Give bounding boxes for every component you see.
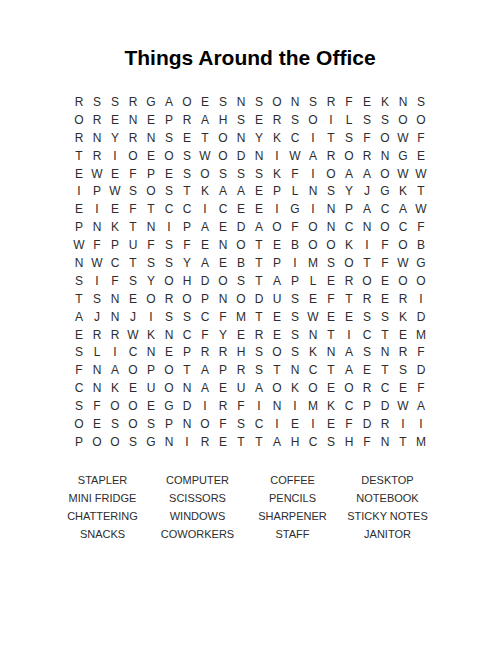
grid-cell-r15c12: O [268, 343, 286, 361]
grid-cell-r17c7: N [178, 379, 196, 397]
grid-cell-r4c12: I [268, 147, 286, 165]
grid-cell-r16c13: N [286, 361, 304, 379]
grid-cell-r18c15: K [322, 397, 340, 415]
grid-cell-r18c1: S [70, 397, 88, 415]
grid-cell-r20c9: E [214, 433, 232, 451]
grid-cell-r12c17: R [358, 290, 376, 308]
grid-cell-r13c5: I [142, 308, 160, 326]
grid-cell-r3c19: W [394, 129, 412, 147]
grid-cell-r8c10: D [232, 218, 250, 236]
grid-cell-r6c10: A [232, 182, 250, 200]
grid-cell-r13c13: S [286, 308, 304, 326]
grid-cell-r14c6: N [160, 326, 178, 344]
grid-cell-r14c19: E [394, 326, 412, 344]
grid-cell-r6c4: S [124, 182, 142, 200]
grid-cell-r2c6: P [160, 111, 178, 129]
grid-cell-r9c9: N [214, 236, 232, 254]
grid-cell-r14c16: I [340, 326, 358, 344]
grid-cell-r13c16: E [340, 308, 358, 326]
grid-cell-r5c3: E [106, 165, 124, 183]
grid-cell-r17c3: K [106, 379, 124, 397]
grid-cell-r3c9: O [214, 129, 232, 147]
grid-cell-r1c18: K [376, 93, 394, 111]
grid-cell-r2c5: E [142, 111, 160, 129]
grid-cell-r4c7: S [178, 147, 196, 165]
grid-cell-r1c4: R [124, 93, 142, 111]
grid-cell-r2c12: R [268, 111, 286, 129]
grid-cell-r14c20: M [412, 326, 430, 344]
grid-cell-r12c12: U [268, 290, 286, 308]
grid-cell-r9c10: O [232, 236, 250, 254]
grid-cell-r4c19: G [394, 147, 412, 165]
grid-cell-r14c17: C [358, 326, 376, 344]
grid-cell-r5c16: A [340, 165, 358, 183]
grid-cell-r11c16: R [340, 272, 358, 290]
grid-cell-r15c1: S [70, 343, 88, 361]
grid-cell-r7c9: C [214, 200, 232, 218]
grid-cell-r9c5: F [142, 236, 160, 254]
grid-cell-r20c15: S [322, 433, 340, 451]
grid-cell-r19c6: P [160, 415, 178, 433]
grid-cell-r15c6: E [160, 343, 178, 361]
grid-cell-r17c18: C [376, 379, 394, 397]
grid-cell-r10c5: S [142, 254, 160, 272]
grid-cell-r4c8: W [196, 147, 214, 165]
grid-cell-r13c9: F [214, 308, 232, 326]
grid-cell-r8c6: I [160, 218, 178, 236]
grid-cell-r2c9: H [214, 111, 232, 129]
grid-cell-r13c11: T [250, 308, 268, 326]
grid-cell-r4c1: T [70, 147, 88, 165]
grid-cell-r19c7: N [178, 415, 196, 433]
word-item: COWORKERS [150, 525, 245, 543]
grid-cell-r17c1: C [70, 379, 88, 397]
grid-cell-r13c2: J [88, 308, 106, 326]
grid-cell-r6c3: W [106, 182, 124, 200]
grid-cell-r5c17: A [358, 165, 376, 183]
grid-cell-r6c13: L [286, 182, 304, 200]
grid-cell-r1c7: O [178, 93, 196, 111]
grid-cell-r11c17: O [358, 272, 376, 290]
grid-cell-r7c2: I [88, 200, 106, 218]
grid-cell-r17c15: E [322, 379, 340, 397]
grid-cell-r16c10: R [232, 361, 250, 379]
grid-cell-r13c3: N [106, 308, 124, 326]
grid-cell-r7c16: P [340, 200, 358, 218]
grid-cell-r20c19: T [394, 433, 412, 451]
grid-cell-r10c3: C [106, 254, 124, 272]
grid-cell-r3c11: Y [250, 129, 268, 147]
grid-cell-r8c12: O [268, 218, 286, 236]
grid-cell-r6c7: T [178, 182, 196, 200]
grid-cell-r4c15: R [322, 147, 340, 165]
grid-cell-r13c17: S [358, 308, 376, 326]
grid-cell-r2c14: O [304, 111, 322, 129]
grid-cell-r9c14: O [304, 236, 322, 254]
grid-cell-r19c11: C [250, 415, 268, 433]
grid-cell-r11c20: O [412, 272, 430, 290]
grid-cell-r4c16: O [340, 147, 358, 165]
grid-cell-r19c5: S [142, 415, 160, 433]
grid-cell-r20c10: T [232, 433, 250, 451]
grid-cell-r19c8: O [196, 415, 214, 433]
grid-cell-r11c18: E [376, 272, 394, 290]
grid-cell-r7c11: E [250, 200, 268, 218]
grid-cell-r14c11: R [250, 326, 268, 344]
word-item: DESKTOP [340, 471, 435, 489]
grid-cell-r3c4: R [124, 129, 142, 147]
grid-cell-r16c11: S [250, 361, 268, 379]
grid-cell-r12c9: N [214, 290, 232, 308]
grid-cell-r5c7: S [178, 165, 196, 183]
grid-cell-r14c13: S [286, 326, 304, 344]
grid-cell-r3c1: R [70, 129, 88, 147]
grid-cell-r9c2: F [88, 236, 106, 254]
grid-cell-r10c17: T [358, 254, 376, 272]
grid-cell-r9c20: B [412, 236, 430, 254]
grid-cell-r4c11: N [250, 147, 268, 165]
grid-cell-r1c2: S [88, 93, 106, 111]
grid-cell-r12c14: E [304, 290, 322, 308]
grid-cell-r1c9: S [214, 93, 232, 111]
grid-cell-r2c18: S [376, 111, 394, 129]
grid-cell-r3c7: E [178, 129, 196, 147]
grid-cell-r10c7: Y [178, 254, 196, 272]
grid-cell-r14c12: E [268, 326, 286, 344]
grid-cell-r20c1: P [70, 433, 88, 451]
grid-cell-r7c8: I [196, 200, 214, 218]
grid-cell-r10c18: F [376, 254, 394, 272]
grid-cell-r17c20: F [412, 379, 430, 397]
grid-cell-r11c11: T [250, 272, 268, 290]
grid-cell-r11c13: P [286, 272, 304, 290]
grid-cell-r15c3: I [106, 343, 124, 361]
grid-cell-r8c11: A [250, 218, 268, 236]
grid-cell-r3c16: S [340, 129, 358, 147]
grid-cell-r2c13: S [286, 111, 304, 129]
grid-cell-r13c4: J [124, 308, 142, 326]
grid-cell-r5c6: E [160, 165, 178, 183]
word-item: JANITOR [340, 525, 435, 543]
grid-cell-r15c8: R [196, 343, 214, 361]
grid-cell-r2c17: S [358, 111, 376, 129]
grid-cell-r14c4: W [124, 326, 142, 344]
grid-cell-r2c20: O [412, 111, 430, 129]
grid-cell-r9c1: W [70, 236, 88, 254]
grid-cell-r10c15: S [322, 254, 340, 272]
grid-cell-r20c16: H [340, 433, 358, 451]
grid-cell-r3c12: K [268, 129, 286, 147]
grid-cell-r15c18: N [376, 343, 394, 361]
grid-cell-r19c15: E [322, 415, 340, 433]
grid-cell-r17c2: N [88, 379, 106, 397]
grid-cell-r5c13: F [286, 165, 304, 183]
grid-cell-r20c20: M [412, 433, 430, 451]
grid-cell-r4c17: R [358, 147, 376, 165]
grid-cell-r16c9: P [214, 361, 232, 379]
grid-cell-r18c3: O [106, 397, 124, 415]
grid-cell-r18c20: A [412, 397, 430, 415]
grid-cell-r8c5: N [142, 218, 160, 236]
grid-cell-r18c8: I [196, 397, 214, 415]
grid-cell-r15c7: P [178, 343, 196, 361]
grid-cell-r16c14: C [304, 361, 322, 379]
word-item: SCISSORS [150, 489, 245, 507]
grid-cell-r15c2: L [88, 343, 106, 361]
grid-cell-r19c1: O [70, 415, 88, 433]
grid-cell-r6c6: S [160, 182, 178, 200]
grid-cell-r1c5: G [142, 93, 160, 111]
word-item: MINI FRIDGE [55, 489, 150, 507]
grid-cell-r9c6: S [160, 236, 178, 254]
grid-cell-r15c10: H [232, 343, 250, 361]
word-item: PENCILS [245, 489, 340, 507]
grid-cell-r12c13: S [286, 290, 304, 308]
grid-cell-r10c4: T [124, 254, 142, 272]
grid-cell-r11c7: H [178, 272, 196, 290]
grid-cell-r17c6: O [160, 379, 178, 397]
grid-cell-r19c17: D [358, 415, 376, 433]
grid-cell-r2c11: E [250, 111, 268, 129]
grid-cell-r18c10: F [232, 397, 250, 415]
grid-cell-r14c10: E [232, 326, 250, 344]
grid-cell-r18c7: D [178, 397, 196, 415]
grid-cell-r1c12: O [268, 93, 286, 111]
grid-cell-r11c2: I [88, 272, 106, 290]
grid-cell-r9c12: E [268, 236, 286, 254]
grid-cell-r9c19: O [394, 236, 412, 254]
grid-cell-r18c5: E [142, 397, 160, 415]
grid-cell-r8c3: K [106, 218, 124, 236]
grid-cell-r15c13: S [286, 343, 304, 361]
grid-cell-r18c12: N [268, 397, 286, 415]
grid-cell-r3c8: T [196, 129, 214, 147]
grid-cell-r4c6: O [160, 147, 178, 165]
grid-cell-r18c19: W [394, 397, 412, 415]
grid-cell-r14c5: K [142, 326, 160, 344]
grid-cell-r20c12: A [268, 433, 286, 451]
grid-cell-r3c15: T [322, 129, 340, 147]
grid-cell-r13c10: M [232, 308, 250, 326]
grid-cell-r3c17: F [358, 129, 376, 147]
grid-cell-r20c8: R [196, 433, 214, 451]
grid-cell-r11c3: F [106, 272, 124, 290]
grid-cell-r12c16: T [340, 290, 358, 308]
grid-cell-r20c17: F [358, 433, 376, 451]
grid-cell-r19c3: S [106, 415, 124, 433]
grid-cell-r7c1: E [70, 200, 88, 218]
grid-cell-r11c15: E [322, 272, 340, 290]
word-item: SHARPENER [245, 507, 340, 525]
grid-cell-r10c11: T [250, 254, 268, 272]
grid-cell-r20c7: I [178, 433, 196, 451]
grid-cell-r2c8: A [196, 111, 214, 129]
grid-cell-r3c18: O [376, 129, 394, 147]
grid-cell-r3c13: C [286, 129, 304, 147]
grid-cell-r9c11: T [250, 236, 268, 254]
grid-cell-r16c5: P [142, 361, 160, 379]
grid-cell-r11c19: O [394, 272, 412, 290]
grid-cell-r8c9: E [214, 218, 232, 236]
grid-cell-r18c9: R [214, 397, 232, 415]
grid-cell-r2c15: I [322, 111, 340, 129]
grid-cell-r18c13: I [286, 397, 304, 415]
grid-cell-r19c16: F [340, 415, 358, 433]
grid-cell-r4c9: O [214, 147, 232, 165]
grid-cell-r1c3: S [106, 93, 124, 111]
grid-cell-r10c16: O [340, 254, 358, 272]
grid-cell-r1c19: N [394, 93, 412, 111]
grid-cell-r13c7: S [178, 308, 196, 326]
grid-cell-r7c3: E [106, 200, 124, 218]
grid-cell-r4c5: E [142, 147, 160, 165]
grid-cell-r16c17: E [358, 361, 376, 379]
grid-cell-r11c5: Y [142, 272, 160, 290]
grid-cell-r4c4: O [124, 147, 142, 165]
grid-cell-r10c19: W [394, 254, 412, 272]
grid-cell-r18c14: M [304, 397, 322, 415]
word-list: STAPLERMINI FRIDGECHATTERINGSNACKSCOMPUT… [55, 471, 435, 543]
grid-cell-r12c7: O [178, 290, 196, 308]
grid-cell-r2c2: R [88, 111, 106, 129]
grid-cell-r3c14: I [304, 129, 322, 147]
grid-cell-r2c10: S [232, 111, 250, 129]
grid-cell-r11c4: S [124, 272, 142, 290]
grid-cell-r14c18: T [376, 326, 394, 344]
grid-cell-r8c2: N [88, 218, 106, 236]
grid-cell-r4c14: A [304, 147, 322, 165]
grid-cell-r14c3: R [106, 326, 124, 344]
grid-cell-r16c1: F [70, 361, 88, 379]
grid-cell-r6c12: P [268, 182, 286, 200]
grid-cell-r16c2: N [88, 361, 106, 379]
grid-cell-r7c4: F [124, 200, 142, 218]
grid-cell-r12c1: T [70, 290, 88, 308]
grid-cell-r8c7: P [178, 218, 196, 236]
grid-cell-r6c19: K [394, 182, 412, 200]
grid-cell-r16c20: D [412, 361, 430, 379]
grid-cell-r6c8: K [196, 182, 214, 200]
grid-cell-r4c10: D [232, 147, 250, 165]
grid-cell-r10c8: A [196, 254, 214, 272]
grid-cell-r20c14: C [304, 433, 322, 451]
grid-cell-r12c15: F [322, 290, 340, 308]
grid-cell-r8c8: A [196, 218, 214, 236]
word-list-column-2: COMPUTERSCISSORSWINDOWSCOWORKERS [150, 471, 245, 543]
grid-cell-r9c13: B [286, 236, 304, 254]
grid-cell-r19c4: O [124, 415, 142, 433]
grid-cell-r4c13: W [286, 147, 304, 165]
grid-cell-r1c1: R [70, 93, 88, 111]
grid-cell-r12c4: E [124, 290, 142, 308]
grid-cell-r20c4: S [124, 433, 142, 451]
grid-cell-r12c5: O [142, 290, 160, 308]
grid-cell-r4c2: R [88, 147, 106, 165]
word-item: STAPLER [55, 471, 150, 489]
grid-cell-r16c16: A [340, 361, 358, 379]
grid-cell-r6c15: S [322, 182, 340, 200]
grid-cell-r17c11: A [250, 379, 268, 397]
grid-cell-r10c13: I [286, 254, 304, 272]
grid-cell-r2c4: N [124, 111, 142, 129]
grid-cell-r17c10: U [232, 379, 250, 397]
grid-cell-r1c20: S [412, 93, 430, 111]
grid-cell-r1c17: E [358, 93, 376, 111]
grid-cell-r9c16: K [340, 236, 358, 254]
grid-cell-r19c18: R [376, 415, 394, 433]
grid-cell-r10c2: W [88, 254, 106, 272]
grid-cell-r7c13: G [286, 200, 304, 218]
grid-cell-r20c13: H [286, 433, 304, 451]
grid-cell-r5c11: S [250, 165, 268, 183]
word-item: SNACKS [55, 525, 150, 543]
puzzle-title: Things Around the Office [0, 46, 500, 70]
grid-cell-r17c4: E [124, 379, 142, 397]
grid-cell-r7c15: N [322, 200, 340, 218]
grid-cell-r15c17: S [358, 343, 376, 361]
grid-cell-r9c18: F [376, 236, 394, 254]
grid-cell-r5c14: I [304, 165, 322, 183]
grid-cell-r6c9: A [214, 182, 232, 200]
grid-cell-r17c19: E [394, 379, 412, 397]
grid-cell-r10c9: E [214, 254, 232, 272]
grid-cell-r8c13: F [286, 218, 304, 236]
grid-cell-r18c6: G [160, 397, 178, 415]
grid-cell-r20c18: N [376, 433, 394, 451]
grid-cell-r19c13: E [286, 415, 304, 433]
grid-cell-r7c18: C [376, 200, 394, 218]
grid-cell-r9c8: E [196, 236, 214, 254]
grid-cell-r3c6: S [160, 129, 178, 147]
grid-cell-r10c12: P [268, 254, 286, 272]
grid-cell-r20c6: N [160, 433, 178, 451]
grid-cell-r13c15: E [322, 308, 340, 326]
grid-cell-r10c1: N [70, 254, 88, 272]
grid-cell-r1c13: N [286, 93, 304, 111]
grid-cell-r4c18: N [376, 147, 394, 165]
grid-cell-r2c1: O [70, 111, 88, 129]
word-list-column-1: STAPLERMINI FRIDGECHATTERINGSNACKS [55, 471, 150, 543]
grid-cell-r2c7: R [178, 111, 196, 129]
word-item: NOTEBOOK [340, 489, 435, 507]
grid-cell-r18c11: I [250, 397, 268, 415]
grid-cell-r15c19: R [394, 343, 412, 361]
grid-cell-r3c2: N [88, 129, 106, 147]
grid-cell-r9c7: F [178, 236, 196, 254]
grid-cell-r9c3: P [106, 236, 124, 254]
grid-cell-r10c14: M [304, 254, 322, 272]
grid-cell-r7c20: W [412, 200, 430, 218]
grid-cell-r1c15: R [322, 93, 340, 111]
grid-cell-r8c14: O [304, 218, 322, 236]
puzzle-page: Things Around the Office RSSRGAOESNSONSR… [0, 0, 500, 647]
grid-cell-r7c7: C [178, 200, 196, 218]
grid-cell-r13c1: A [70, 308, 88, 326]
grid-cell-r11c9: O [214, 272, 232, 290]
grid-cell-r18c18: D [376, 397, 394, 415]
grid-cell-r7c10: E [232, 200, 250, 218]
grid-cell-r12c8: P [196, 290, 214, 308]
grid-cell-r19c12: I [268, 415, 286, 433]
grid-cell-r17c5: U [142, 379, 160, 397]
grid-cell-r13c19: K [394, 308, 412, 326]
grid-cell-r6c5: O [142, 182, 160, 200]
grid-cell-r6c17: J [358, 182, 376, 200]
grid-cell-r5c2: W [88, 165, 106, 183]
grid-cell-r12c19: R [394, 290, 412, 308]
grid-cell-r18c2: F [88, 397, 106, 415]
grid-cell-r8c19: C [394, 218, 412, 236]
